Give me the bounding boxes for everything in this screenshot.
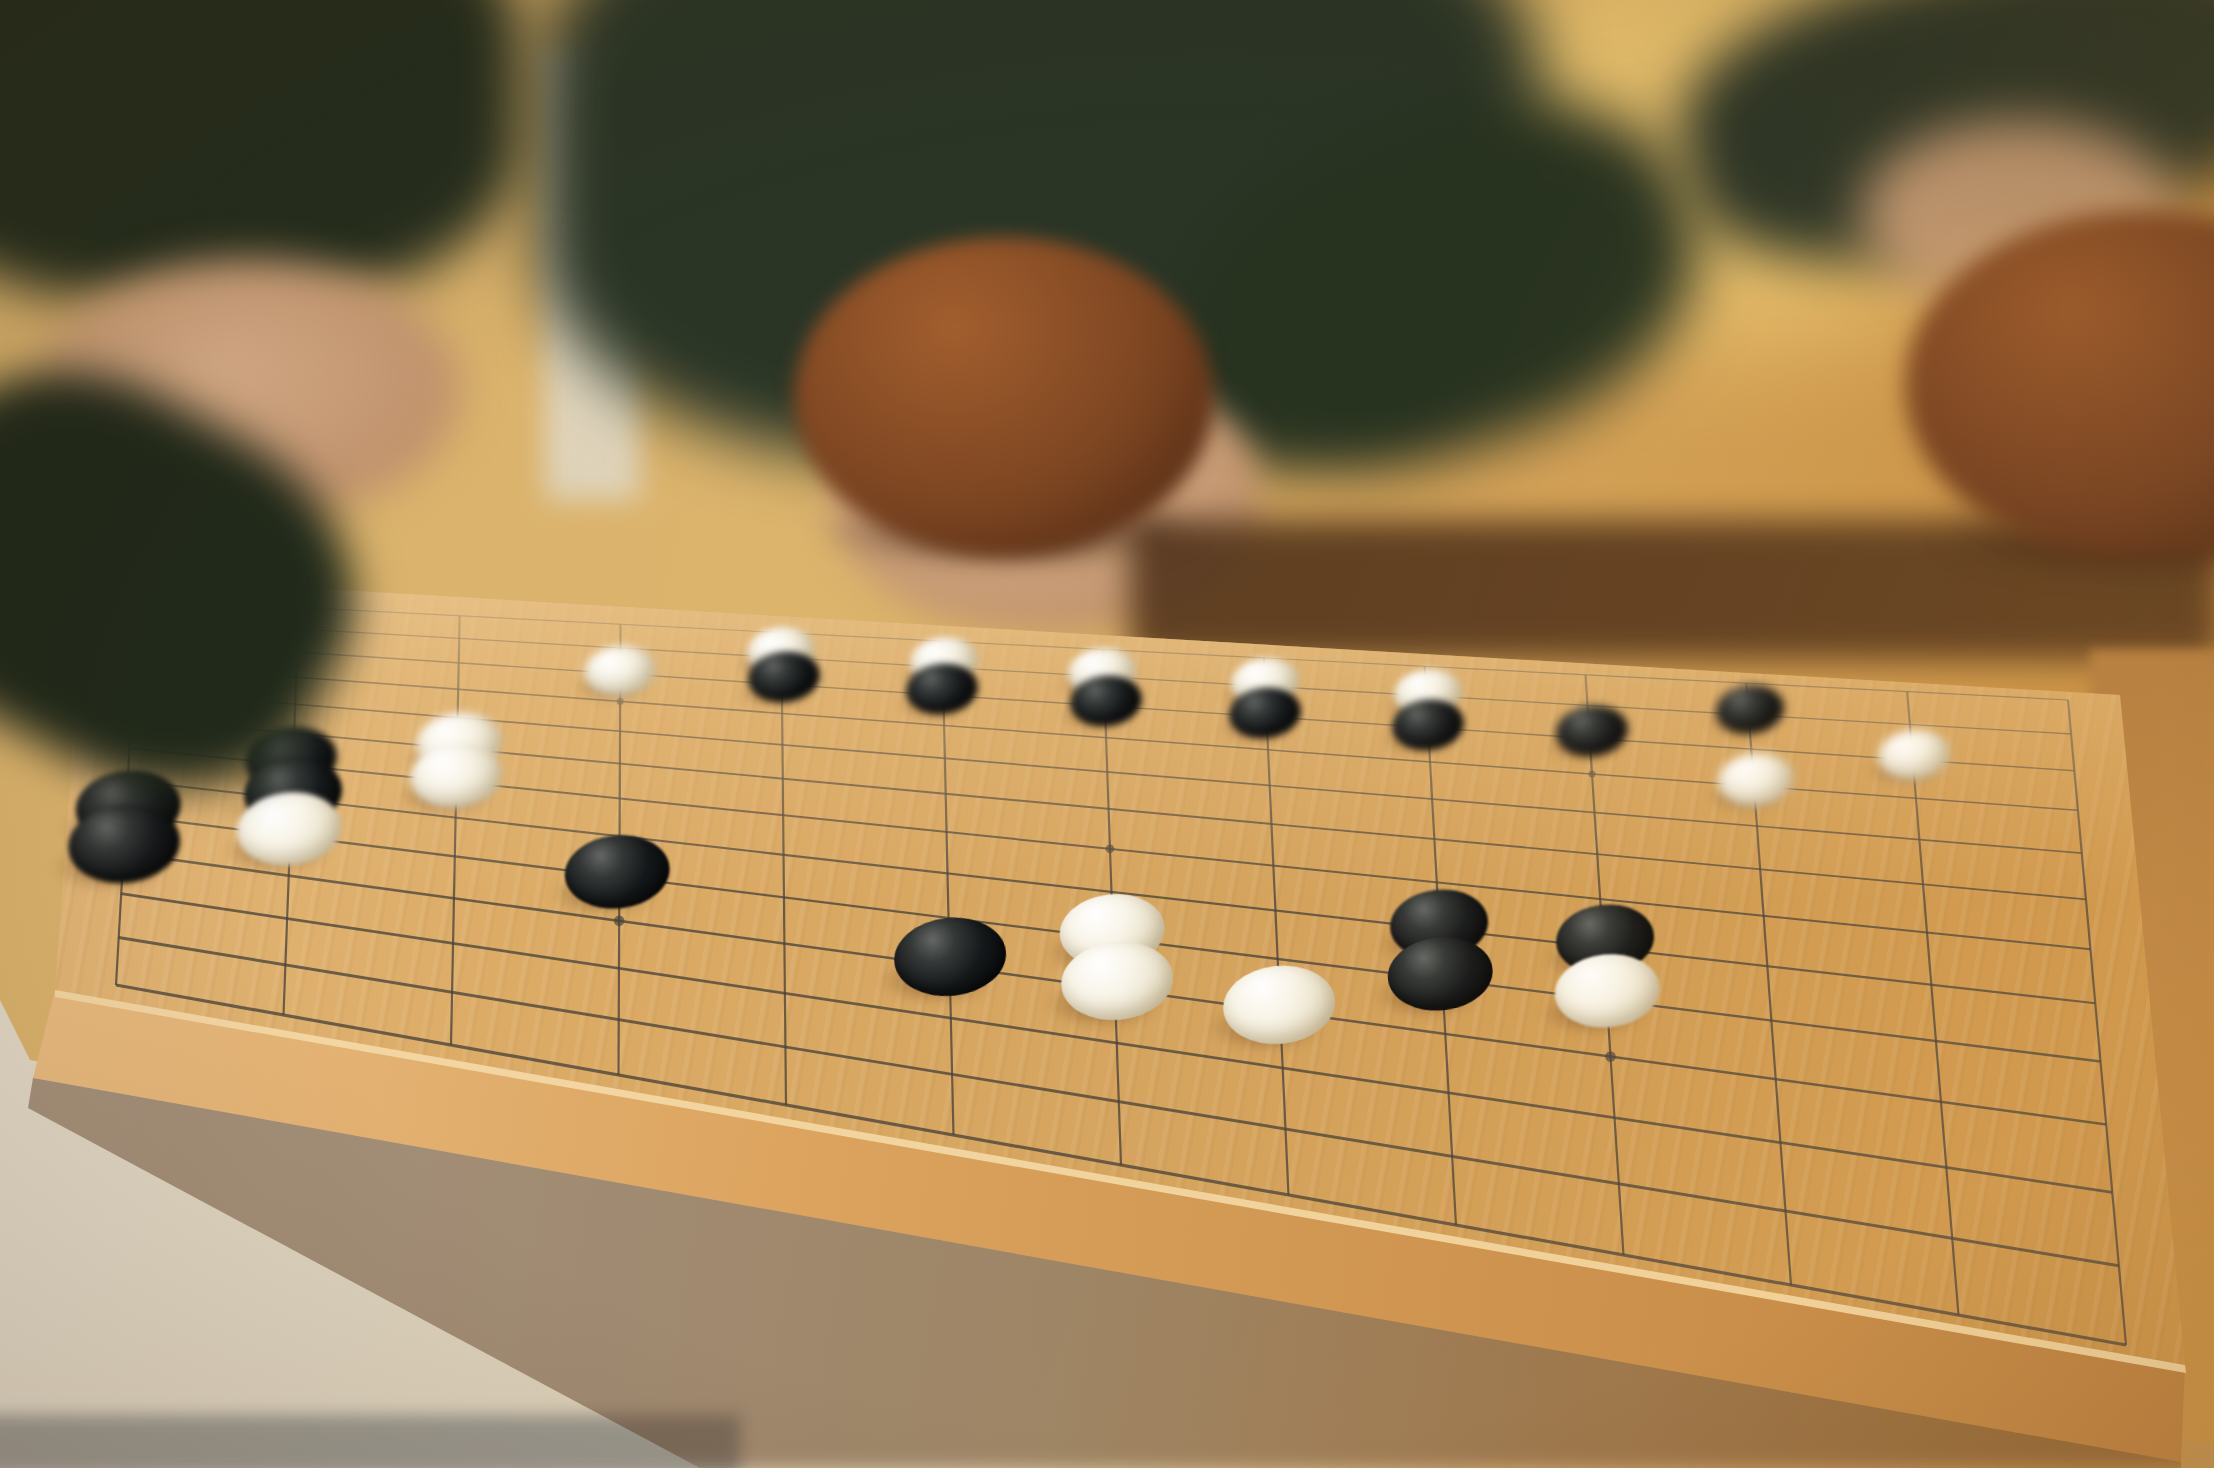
photo-scene <box>0 0 2214 1468</box>
